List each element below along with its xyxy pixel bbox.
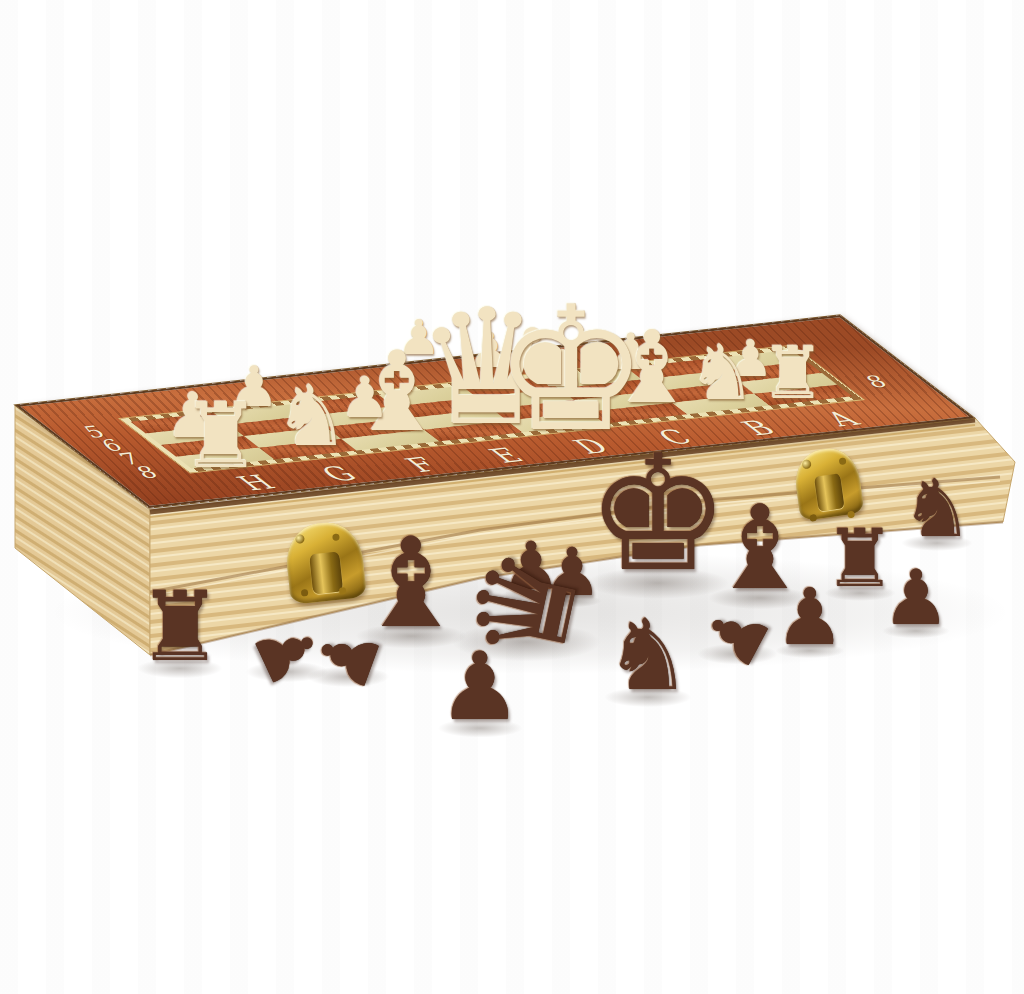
white-rook: ♜	[181, 391, 262, 481]
black-pawn: ♟	[775, 578, 845, 656]
black-knight: ♞	[901, 469, 973, 549]
pieces-layer: ♟♟♟♟♟♝♛♞♜♚♟♝♟♟♞♜♞♚♝♜♟♟♝♟♛♟♜♟♟♞♟♟	[0, 0, 1024, 994]
white-knight: ♞	[688, 335, 756, 411]
black-knight: ♞	[604, 606, 692, 704]
white-knight: ♞	[274, 374, 349, 458]
black-pawn: ♟	[438, 640, 522, 734]
chess-set-scene: HGFEDCBA 5678 8 ♟♟♟♟♟♝♛♞♜♚♟♝♟♟♞♜♞♚♝♜♟♟♝♟…	[0, 0, 1024, 994]
white-rook: ♜	[761, 337, 826, 409]
black-rook: ♜	[137, 579, 223, 675]
black-pawn: ♟	[882, 560, 950, 636]
